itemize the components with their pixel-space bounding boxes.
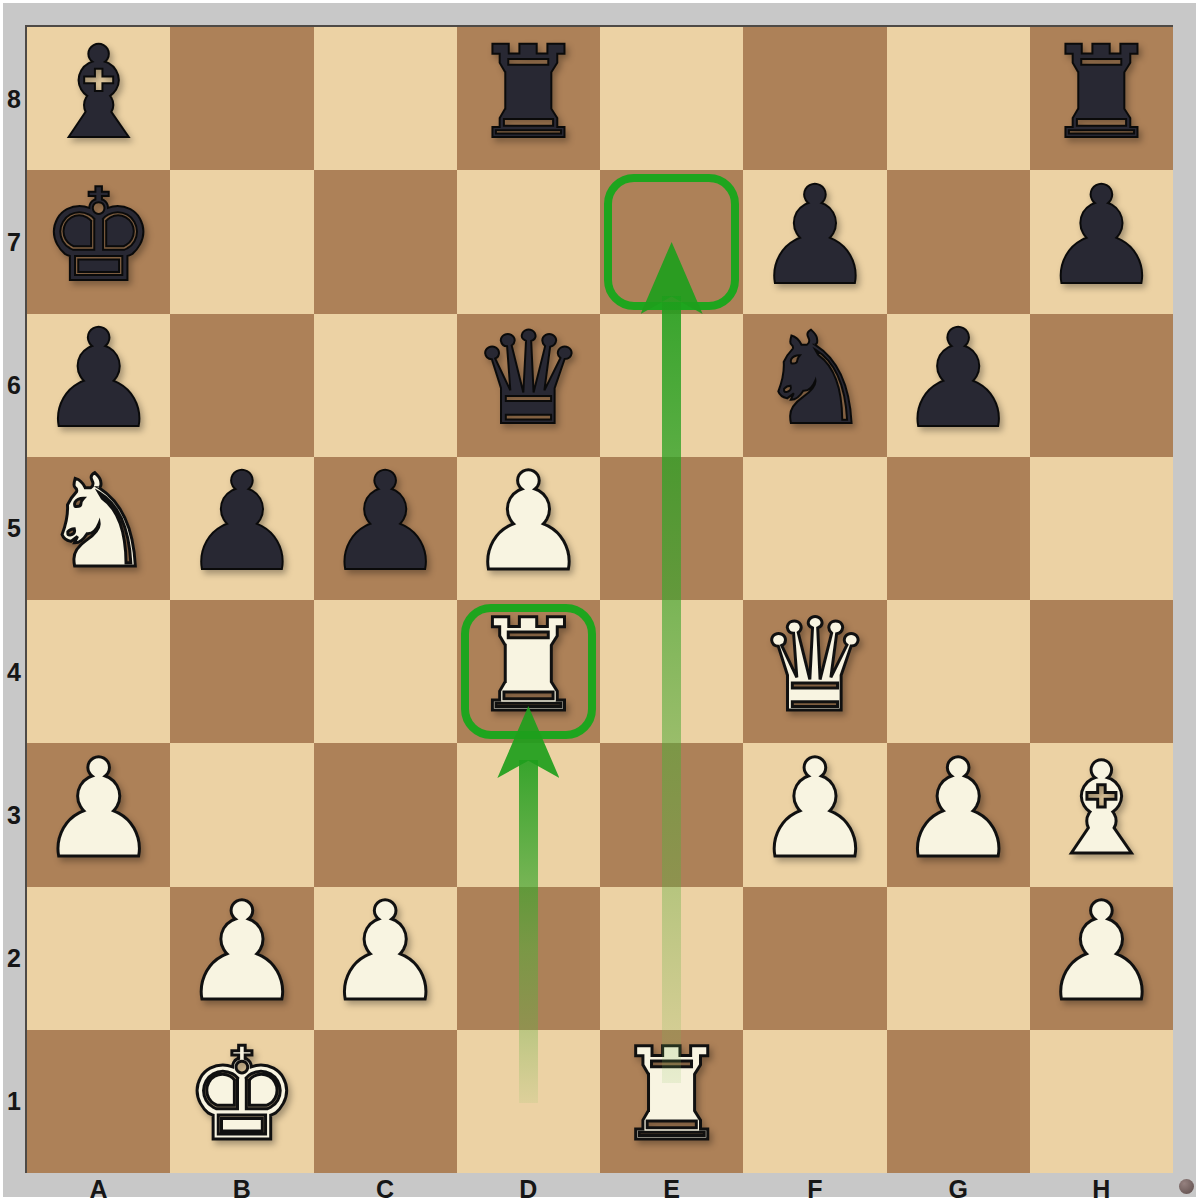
piece-black-knight-f6[interactable]: ♞ [758,315,873,443]
file-label-B: B [170,1175,313,1200]
piece-white-pawn-h2[interactable]: ♟ [1040,884,1162,1020]
piece-black-pawn-a6[interactable]: ♟ [38,311,160,447]
file-labels: ABCDEFGH [27,1175,1173,1199]
file-label-F: F [743,1175,886,1200]
square-f6[interactable]: ♞ [743,314,886,457]
square-h4[interactable] [1030,600,1173,743]
square-d3[interactable] [457,743,600,886]
piece-white-pawn-d5[interactable]: ♟ [467,454,589,590]
square-a3[interactable]: ♟ [27,743,170,886]
square-c2[interactable]: ♟ [314,887,457,1030]
piece-black-king-a7[interactable]: ♚ [41,172,156,300]
piece-black-rook-d8[interactable]: ♜ [471,29,586,157]
square-e7[interactable] [600,170,743,313]
square-c4[interactable] [314,600,457,743]
square-f1[interactable] [743,1030,886,1173]
piece-white-pawn-a3[interactable]: ♟ [38,741,160,877]
square-h5[interactable] [1030,457,1173,600]
square-g1[interactable] [887,1030,1030,1173]
square-d6[interactable]: ♛ [457,314,600,457]
square-d7[interactable] [457,170,600,313]
square-d1[interactable] [457,1030,600,1173]
square-a4[interactable] [27,600,170,743]
square-b6[interactable] [170,314,313,457]
square-b3[interactable] [170,743,313,886]
rank-label-2: 2 [3,944,25,973]
rank-label-8: 8 [3,85,25,114]
square-a5[interactable]: ♞ [27,457,170,600]
square-c1[interactable] [314,1030,457,1173]
square-g8[interactable] [887,27,1030,170]
square-c7[interactable] [314,170,457,313]
square-c8[interactable] [314,27,457,170]
rank-label-6: 6 [3,371,25,400]
piece-black-pawn-f7[interactable]: ♟ [754,168,876,304]
square-a2[interactable] [27,887,170,1030]
square-c5[interactable]: ♟ [314,457,457,600]
square-h6[interactable] [1030,314,1173,457]
chess-board-frame: ♝♜♜♚♟♟♟♛♞♟♞♟♟♟♜♛♟♟♟♝♟♟♟♚♜ [25,25,1173,1173]
square-h3[interactable]: ♝ [1030,743,1173,886]
piece-white-pawn-f3[interactable]: ♟ [754,741,876,877]
file-label-G: G [887,1175,1030,1200]
square-b5[interactable]: ♟ [170,457,313,600]
file-label-A: A [27,1175,170,1200]
rank-label-1: 1 [3,1087,25,1116]
square-f5[interactable] [743,457,886,600]
piece-black-bishop-a8[interactable]: ♝ [41,29,156,157]
piece-white-bishop-h3[interactable]: ♝ [1044,745,1159,873]
rank-labels: 87654321 [3,27,25,1173]
piece-black-pawn-h7[interactable]: ♟ [1040,168,1162,304]
square-a1[interactable] [27,1030,170,1173]
piece-white-rook-d4[interactable]: ♜ [471,602,586,730]
square-a8[interactable]: ♝ [27,27,170,170]
square-h2[interactable]: ♟ [1030,887,1173,1030]
square-d5[interactable]: ♟ [457,457,600,600]
piece-white-king-b1[interactable]: ♚ [185,1031,300,1159]
piece-black-pawn-b5[interactable]: ♟ [181,454,303,590]
square-b7[interactable] [170,170,313,313]
piece-white-queen-f4[interactable]: ♛ [758,602,873,730]
square-f7[interactable]: ♟ [743,170,886,313]
square-g4[interactable] [887,600,1030,743]
chess-board: ♝♜♜♚♟♟♟♛♞♟♞♟♟♟♜♛♟♟♟♝♟♟♟♚♜ [27,27,1173,1173]
square-f4[interactable]: ♛ [743,600,886,743]
square-g6[interactable]: ♟ [887,314,1030,457]
rank-label-5: 5 [3,514,25,543]
piece-white-rook-e1[interactable]: ♜ [614,1031,729,1159]
piece-white-pawn-b2[interactable]: ♟ [181,884,303,1020]
piece-black-pawn-g6[interactable]: ♟ [897,311,1019,447]
square-e6[interactable] [600,314,743,457]
piece-black-queen-d6[interactable]: ♛ [471,315,586,443]
square-g5[interactable] [887,457,1030,600]
rank-label-3: 3 [3,801,25,830]
square-a6[interactable]: ♟ [27,314,170,457]
square-e5[interactable] [600,457,743,600]
square-d4[interactable]: ♜ [457,600,600,743]
square-f8[interactable] [743,27,886,170]
square-d2[interactable] [457,887,600,1030]
square-g2[interactable] [887,887,1030,1030]
square-b1[interactable]: ♚ [170,1030,313,1173]
square-b4[interactable] [170,600,313,743]
square-e2[interactable] [600,887,743,1030]
rank-label-7: 7 [3,228,25,257]
square-h7[interactable]: ♟ [1030,170,1173,313]
square-e8[interactable] [600,27,743,170]
square-d8[interactable]: ♜ [457,27,600,170]
square-c6[interactable] [314,314,457,457]
square-h8[interactable]: ♜ [1030,27,1173,170]
square-e4[interactable] [600,600,743,743]
square-e1[interactable]: ♜ [600,1030,743,1173]
square-a7[interactable]: ♚ [27,170,170,313]
file-label-D: D [457,1175,600,1200]
square-b8[interactable] [170,27,313,170]
square-g7[interactable] [887,170,1030,313]
square-b2[interactable]: ♟ [170,887,313,1030]
rank-label-4: 4 [3,658,25,687]
piece-white-pawn-g3[interactable]: ♟ [897,741,1019,877]
piece-black-pawn-c5[interactable]: ♟ [324,454,446,590]
square-e3[interactable] [600,743,743,886]
piece-black-rook-h8[interactable]: ♜ [1044,29,1159,157]
square-h1[interactable] [1030,1030,1173,1173]
resize-handle-dot [1179,1179,1194,1194]
square-c3[interactable] [314,743,457,886]
file-label-E: E [600,1175,743,1200]
square-f2[interactable] [743,887,886,1030]
square-f3[interactable]: ♟ [743,743,886,886]
piece-white-knight-a5[interactable]: ♞ [41,458,156,586]
square-g3[interactable]: ♟ [887,743,1030,886]
piece-white-pawn-c2[interactable]: ♟ [324,884,446,1020]
file-label-C: C [314,1175,457,1200]
file-label-H: H [1030,1175,1173,1200]
